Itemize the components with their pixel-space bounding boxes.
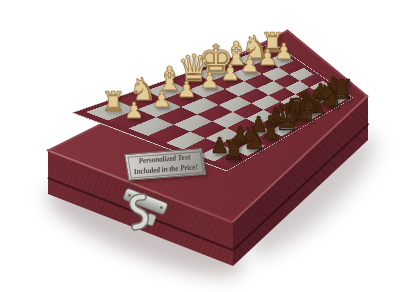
chess-gift-box-photo: Personalized Text Included in the Price!…: [0, 0, 400, 292]
plaque-engraved-border: Personalized Text Included in the Price!: [127, 151, 204, 178]
latch-icon: [119, 183, 181, 245]
